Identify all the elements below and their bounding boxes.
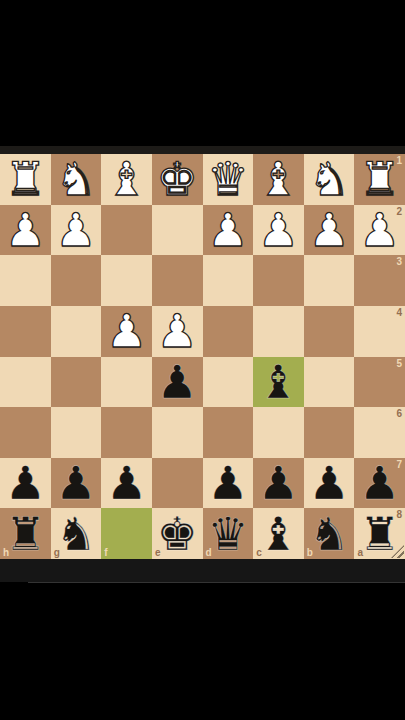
square-f7[interactable]: ♟ [101,458,152,509]
square-c8[interactable]: ♝c [253,508,304,559]
piece-black-king[interactable]: ♚ [152,508,203,559]
square-d3[interactable] [203,255,254,306]
square-a8[interactable]: ♜8a [354,508,405,559]
square-h3[interactable] [0,255,51,306]
square-b7[interactable]: ♟ [304,458,355,509]
square-g6[interactable] [51,407,102,458]
piece-white-bishop[interactable]: ♝ [101,154,152,205]
square-g4[interactable] [51,306,102,357]
video-frame: ♜♞♝♚♛♝♞♜1♟♟♟♟♟♟23♟♟4♟♝56♟♟♟♟♟♟♟7♜h♞gf♚e♛… [0,0,405,720]
square-h8[interactable]: ♜h [0,508,51,559]
square-a2[interactable]: ♟2 [354,205,405,256]
piece-white-pawn[interactable]: ♟ [152,306,203,357]
square-c4[interactable] [253,306,304,357]
square-e8[interactable]: ♚e [152,508,203,559]
piece-white-pawn[interactable]: ♟ [253,205,304,256]
piece-white-rook[interactable]: ♜ [354,154,405,205]
square-h5[interactable] [0,357,51,408]
square-h2[interactable]: ♟ [0,205,51,256]
piece-black-pawn[interactable]: ♟ [152,357,203,408]
square-e7[interactable] [152,458,203,509]
square-e4[interactable]: ♟ [152,306,203,357]
square-c3[interactable] [253,255,304,306]
square-d6[interactable] [203,407,254,458]
piece-white-rook[interactable]: ♜ [0,154,51,205]
square-b1[interactable]: ♞ [304,154,355,205]
square-a6[interactable]: 6 [354,407,405,458]
piece-white-pawn[interactable]: ♟ [0,205,51,256]
square-d5[interactable] [203,357,254,408]
piece-white-pawn[interactable]: ♟ [354,205,405,256]
piece-black-rook[interactable]: ♜ [0,508,51,559]
square-d4[interactable] [203,306,254,357]
piece-black-pawn[interactable]: ♟ [354,458,405,509]
square-b8[interactable]: ♞b [304,508,355,559]
piece-black-pawn[interactable]: ♟ [101,458,152,509]
square-g8[interactable]: ♞g [51,508,102,559]
rank-label-6: 6 [396,408,402,419]
piece-white-pawn[interactable]: ♟ [203,205,254,256]
piece-black-queen[interactable]: ♛ [203,508,254,559]
below-board-band [0,559,405,582]
square-f6[interactable] [101,407,152,458]
rank-label-3: 3 [396,256,402,267]
piece-black-pawn[interactable]: ♟ [203,458,254,509]
square-h7[interactable]: ♟ [0,458,51,509]
square-c1[interactable]: ♝ [253,154,304,205]
square-b3[interactable] [304,255,355,306]
square-f1[interactable]: ♝ [101,154,152,205]
square-e5[interactable]: ♟ [152,357,203,408]
square-c2[interactable]: ♟ [253,205,304,256]
square-g3[interactable] [51,255,102,306]
square-b4[interactable] [304,306,355,357]
square-e1[interactable]: ♚ [152,154,203,205]
square-g5[interactable] [51,357,102,408]
piece-black-bishop[interactable]: ♝ [253,357,304,408]
square-e2[interactable] [152,205,203,256]
square-g2[interactable]: ♟ [51,205,102,256]
square-b2[interactable]: ♟ [304,205,355,256]
square-e6[interactable] [152,407,203,458]
square-b6[interactable] [304,407,355,458]
rank-label-5: 5 [396,358,402,369]
square-a4[interactable]: 4 [354,306,405,357]
piece-white-knight[interactable]: ♞ [51,154,102,205]
chess-board[interactable]: ♜♞♝♚♛♝♞♜1♟♟♟♟♟♟23♟♟4♟♝56♟♟♟♟♟♟♟7♜h♞gf♚e♛… [0,154,405,559]
piece-black-pawn[interactable]: ♟ [51,458,102,509]
rank-label-4: 4 [396,307,402,318]
piece-white-pawn[interactable]: ♟ [101,306,152,357]
square-d2[interactable]: ♟ [203,205,254,256]
square-a3[interactable]: 3 [354,255,405,306]
piece-black-bishop[interactable]: ♝ [253,508,304,559]
square-g1[interactable]: ♞ [51,154,102,205]
piece-white-king[interactable]: ♚ [152,154,203,205]
piece-black-rook[interactable]: ♜ [354,508,405,559]
square-d1[interactable]: ♛ [203,154,254,205]
square-h4[interactable] [0,306,51,357]
square-h1[interactable]: ♜ [0,154,51,205]
piece-white-pawn[interactable]: ♟ [304,205,355,256]
file-label-f: f [104,547,107,558]
square-a7[interactable]: ♟7 [354,458,405,509]
piece-white-knight[interactable]: ♞ [304,154,355,205]
square-f5[interactable] [101,357,152,408]
square-f4[interactable]: ♟ [101,306,152,357]
piece-white-pawn[interactable]: ♟ [51,205,102,256]
square-d8[interactable]: ♛d [203,508,254,559]
piece-black-knight[interactable]: ♞ [51,508,102,559]
square-e3[interactable] [152,255,203,306]
square-f3[interactable] [101,255,152,306]
square-d7[interactable]: ♟ [203,458,254,509]
piece-black-pawn[interactable]: ♟ [304,458,355,509]
piece-black-pawn[interactable]: ♟ [0,458,51,509]
divider-line [28,582,405,583]
piece-black-knight[interactable]: ♞ [304,508,355,559]
square-f2[interactable] [101,205,152,256]
square-c6[interactable] [253,407,304,458]
piece-black-pawn[interactable]: ♟ [253,458,304,509]
square-c5[interactable]: ♝ [253,357,304,408]
square-a1[interactable]: ♜1 [354,154,405,205]
piece-white-bishop[interactable]: ♝ [253,154,304,205]
square-h6[interactable] [0,407,51,458]
square-a5[interactable]: 5 [354,357,405,408]
piece-white-queen[interactable]: ♛ [203,154,254,205]
square-b5[interactable] [304,357,355,408]
square-f8[interactable]: f [101,508,152,559]
square-c7[interactable]: ♟ [253,458,304,509]
square-g7[interactable]: ♟ [51,458,102,509]
